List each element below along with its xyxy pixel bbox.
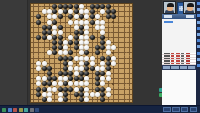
white-stone xyxy=(74,25,79,30)
row-text-fragment xyxy=(186,58,190,59)
black-stone xyxy=(42,66,47,71)
panel-tool-3-icon[interactable] xyxy=(197,14,200,17)
white-stone xyxy=(74,56,79,61)
white-stone xyxy=(90,92,95,97)
row-text-fragment xyxy=(186,55,190,56)
player-avatar-left[interactable] xyxy=(163,1,176,14)
black-stone xyxy=(100,92,105,97)
panel-tool-7-icon[interactable] xyxy=(197,39,200,42)
row-text-fragment xyxy=(186,63,190,64)
row-text-fragment xyxy=(186,60,190,61)
white-stone xyxy=(100,25,105,30)
avatar-hair xyxy=(167,3,174,7)
black-stone xyxy=(42,97,47,102)
white-stone xyxy=(84,56,89,61)
taskbar-icon-2[interactable] xyxy=(8,108,12,112)
row-text-fragment xyxy=(176,60,180,61)
row-text-fragment xyxy=(181,53,184,54)
black-stone xyxy=(63,97,68,102)
row-text-fragment xyxy=(181,58,184,59)
row-text-fragment xyxy=(171,58,174,59)
white-stone xyxy=(84,20,89,25)
taskbar-icon-1[interactable] xyxy=(2,108,6,112)
white-stone xyxy=(95,20,100,25)
board-cell[interactable] xyxy=(89,92,94,97)
white-stone xyxy=(79,56,84,61)
white-stone xyxy=(90,56,95,61)
row-text-fragment xyxy=(171,55,174,56)
game-info-panel xyxy=(162,19,196,53)
white-stone xyxy=(47,92,52,97)
player-avatar-right[interactable] xyxy=(183,1,196,14)
go-board[interactable] xyxy=(30,3,133,103)
panel-tool-4-icon[interactable] xyxy=(197,21,200,24)
black-stone xyxy=(90,20,95,25)
taskbar-icon-5[interactable] xyxy=(24,108,28,112)
black-stone xyxy=(63,87,68,92)
white-stone xyxy=(47,87,52,92)
white-stone xyxy=(111,61,116,66)
go-app-window xyxy=(0,0,200,113)
board-cell[interactable] xyxy=(89,35,94,40)
board-cell[interactable] xyxy=(111,61,116,66)
panel-tool-8-icon[interactable] xyxy=(197,45,200,48)
white-stone xyxy=(47,97,52,102)
white-stone xyxy=(74,20,79,25)
bottom-left-icons xyxy=(2,108,39,112)
white-stone xyxy=(68,20,73,25)
row-text-fragment xyxy=(171,60,174,61)
black-stone xyxy=(90,66,95,71)
row-text-fragment xyxy=(176,55,180,56)
panel-tool-11-icon[interactable] xyxy=(197,64,200,67)
row-text-fragment xyxy=(181,55,184,56)
board-cell[interactable] xyxy=(127,97,132,102)
panel-tool-1-icon[interactable] xyxy=(197,2,200,5)
taskbar-icon-7[interactable] xyxy=(35,108,39,112)
white-stone xyxy=(79,20,84,25)
black-stone xyxy=(42,25,47,30)
black-stone xyxy=(63,56,68,61)
board-cell[interactable] xyxy=(89,19,94,24)
bottom-right-buttons xyxy=(163,107,197,112)
black-stone xyxy=(58,56,63,61)
left-sidebar xyxy=(0,0,28,105)
row-text-fragment xyxy=(176,58,180,59)
board-cell[interactable] xyxy=(105,87,110,92)
panel-tool-10-icon[interactable] xyxy=(197,58,200,61)
board-cell[interactable] xyxy=(105,56,110,61)
black-stone xyxy=(100,56,105,61)
board-cell[interactable] xyxy=(89,56,94,61)
panel-tab-4[interactable] xyxy=(188,66,195,69)
row-text-fragment xyxy=(176,53,180,54)
black-stone xyxy=(79,97,84,102)
right-toolbar xyxy=(196,0,200,105)
black-stone xyxy=(79,87,84,92)
move-list[interactable] xyxy=(162,53,196,65)
panel-tool-9-icon[interactable] xyxy=(197,52,200,55)
taskbar-icon-6[interactable] xyxy=(30,108,34,112)
white-stone xyxy=(47,20,52,25)
white-stone xyxy=(111,56,116,61)
panel-tab-2[interactable] xyxy=(171,66,178,69)
black-stone xyxy=(42,35,47,40)
white-stone xyxy=(95,92,100,97)
panel-tool-6-icon[interactable] xyxy=(197,33,200,36)
row-text-fragment xyxy=(164,63,170,64)
chat-area[interactable] xyxy=(162,70,196,105)
white-stone xyxy=(58,97,63,102)
avatar-hair xyxy=(187,3,194,7)
bottom-bar xyxy=(0,105,200,113)
info-label-mark xyxy=(164,21,173,23)
black-stone xyxy=(58,25,63,30)
board-cell[interactable] xyxy=(105,92,110,97)
black-stone xyxy=(106,56,111,61)
panel-tab-1[interactable] xyxy=(163,66,170,69)
white-stone xyxy=(106,92,111,97)
black-stone xyxy=(42,87,47,92)
black-stone xyxy=(95,4,100,9)
panel-tab-3[interactable] xyxy=(180,66,187,69)
row-text-fragment xyxy=(171,63,174,64)
statusbar-button-3[interactable] xyxy=(181,107,189,112)
black-stone xyxy=(90,35,95,40)
statusbar-button-2[interactable] xyxy=(172,107,180,112)
black-stone xyxy=(74,92,79,97)
black-stone xyxy=(79,25,84,30)
black-stone xyxy=(95,87,100,92)
panel-tool-5-icon[interactable] xyxy=(197,27,200,30)
white-stone xyxy=(95,25,100,30)
taskbar-icon-4[interactable] xyxy=(19,108,23,112)
black-stone xyxy=(47,25,52,30)
white-stone xyxy=(106,87,111,92)
row-text-fragment xyxy=(171,53,174,54)
panel-tool-2-icon[interactable] xyxy=(197,8,200,11)
row-text-fragment xyxy=(164,58,170,59)
white-stone xyxy=(84,87,89,92)
taskbar-icon-3[interactable] xyxy=(13,108,17,112)
row-text-fragment xyxy=(176,63,180,64)
row-text-fragment xyxy=(186,53,190,54)
row-text-fragment xyxy=(181,60,184,61)
row-text-fragment xyxy=(164,53,170,54)
row-text-fragment xyxy=(164,60,170,61)
white-stone xyxy=(106,76,111,81)
black-stone xyxy=(63,92,68,97)
white-stone xyxy=(100,20,105,25)
row-text-fragment xyxy=(164,55,170,56)
row-text-fragment xyxy=(181,63,184,64)
board-cell[interactable] xyxy=(89,66,94,71)
statusbar-button-4[interactable] xyxy=(190,107,198,112)
board-cell[interactable] xyxy=(111,56,116,61)
black-stone xyxy=(58,87,63,92)
white-stone xyxy=(74,87,79,92)
black-stone xyxy=(100,87,105,92)
statusbar-button-1[interactable] xyxy=(163,107,171,112)
